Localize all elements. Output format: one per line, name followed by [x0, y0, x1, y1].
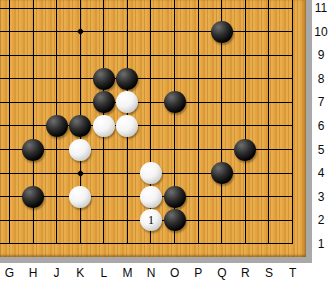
- intersection-Q11[interactable]: [210, 0, 234, 20]
- intersection-J8[interactable]: [45, 67, 69, 91]
- row-label-1: 1: [311, 236, 331, 252]
- intersection-M8[interactable]: [116, 67, 140, 91]
- intersection-O8[interactable]: [163, 67, 187, 91]
- intersection-M10[interactable]: [116, 20, 140, 44]
- col-label-K: K: [71, 266, 89, 280]
- intersection-Q5[interactable]: [210, 138, 234, 162]
- intersection-N1[interactable]: [139, 232, 163, 256]
- black-stone: [22, 186, 44, 208]
- white-stone: [116, 115, 138, 137]
- intersection-M9[interactable]: [116, 43, 140, 67]
- intersection-G9[interactable]: [0, 43, 21, 67]
- intersection-H10[interactable]: [21, 20, 45, 44]
- intersection-P5[interactable]: [186, 138, 210, 162]
- intersection-J11[interactable]: [45, 0, 69, 20]
- intersection-L2[interactable]: [92, 209, 116, 233]
- intersection-Q3[interactable]: [210, 185, 234, 209]
- intersection-S11[interactable]: [257, 0, 281, 20]
- intersection-S8[interactable]: [257, 67, 281, 91]
- intersection-G1[interactable]: [0, 232, 21, 256]
- intersection-Q7[interactable]: [210, 91, 234, 115]
- intersection-T3[interactable]: [281, 185, 305, 209]
- col-label-T: T: [284, 266, 302, 280]
- intersection-J10[interactable]: [45, 20, 69, 44]
- intersection-Q4[interactable]: [210, 161, 234, 185]
- col-label-P: P: [189, 266, 207, 280]
- intersection-P7[interactable]: [186, 91, 210, 115]
- intersection-T10[interactable]: [281, 20, 305, 44]
- intersection-R11[interactable]: [234, 0, 258, 20]
- intersection-R6[interactable]: [234, 114, 258, 138]
- intersection-O5[interactable]: [163, 138, 187, 162]
- intersection-M6[interactable]: [116, 114, 140, 138]
- intersection-L5[interactable]: [92, 138, 116, 162]
- intersection-R8[interactable]: [234, 67, 258, 91]
- intersection-K11[interactable]: [68, 0, 92, 20]
- col-label-G: G: [0, 266, 18, 280]
- intersection-Q10[interactable]: [210, 20, 234, 44]
- intersection-N8[interactable]: [139, 67, 163, 91]
- go-board-viewer: 1 1110987654321 GHJKLMNOPQRST: [0, 0, 332, 284]
- intersection-S1[interactable]: [257, 232, 281, 256]
- intersection-J7[interactable]: [45, 91, 69, 115]
- intersection-O11[interactable]: [163, 0, 187, 20]
- white-stone: [69, 139, 91, 161]
- intersection-H9[interactable]: [21, 43, 45, 67]
- intersection-P11[interactable]: [186, 0, 210, 20]
- black-stone: [234, 139, 256, 161]
- intersection-G2[interactable]: [0, 209, 21, 233]
- goban: 1: [0, 0, 306, 257]
- intersection-L9[interactable]: [92, 43, 116, 67]
- col-label-L: L: [95, 266, 113, 280]
- intersection-T4[interactable]: [281, 161, 305, 185]
- white-stone: [116, 91, 138, 113]
- col-label-J: J: [48, 266, 66, 280]
- row-label-11: 11: [311, 0, 331, 16]
- intersection-R2[interactable]: [234, 209, 258, 233]
- star-point: [77, 170, 84, 177]
- intersection-Q9[interactable]: [210, 43, 234, 67]
- intersection-R1[interactable]: [234, 232, 258, 256]
- intersection-N5[interactable]: [139, 138, 163, 162]
- intersection-T9[interactable]: [281, 43, 305, 67]
- intersection-O3[interactable]: [163, 185, 187, 209]
- intersection-N10[interactable]: [139, 20, 163, 44]
- intersection-S2[interactable]: [257, 209, 281, 233]
- intersection-O4[interactable]: [163, 161, 187, 185]
- intersection-H8[interactable]: [21, 67, 45, 91]
- intersection-O7[interactable]: [163, 91, 187, 115]
- row-label-3: 3: [311, 189, 331, 205]
- col-label-O: O: [166, 266, 184, 280]
- col-label-H: H: [24, 266, 42, 280]
- col-label-Q: Q: [213, 266, 231, 280]
- intersection-J1[interactable]: [45, 232, 69, 256]
- intersection-P8[interactable]: [186, 67, 210, 91]
- intersection-H4[interactable]: [21, 161, 45, 185]
- intersection-M3[interactable]: [116, 185, 140, 209]
- intersection-T5[interactable]: [281, 138, 305, 162]
- row-label-6: 6: [311, 118, 331, 134]
- intersection-G5[interactable]: [0, 138, 21, 162]
- black-stone: [69, 115, 91, 137]
- intersection-L1[interactable]: [92, 232, 116, 256]
- black-stone: [164, 209, 186, 231]
- intersection-J6[interactable]: [45, 114, 69, 138]
- white-stone: 1: [140, 209, 162, 231]
- intersection-P3[interactable]: [186, 185, 210, 209]
- intersection-L4[interactable]: [92, 161, 116, 185]
- intersection-J5[interactable]: [45, 138, 69, 162]
- intersection-T8[interactable]: [281, 67, 305, 91]
- intersection-R10[interactable]: [234, 20, 258, 44]
- row-label-5: 5: [311, 142, 331, 158]
- intersection-G11[interactable]: [0, 0, 21, 20]
- intersection-T1[interactable]: [281, 232, 305, 256]
- intersection-K1[interactable]: [68, 232, 92, 256]
- intersection-H7[interactable]: [21, 91, 45, 115]
- intersection-O6[interactable]: [163, 114, 187, 138]
- white-stone: [140, 162, 162, 184]
- intersection-N7[interactable]: [139, 91, 163, 115]
- intersection-P9[interactable]: [186, 43, 210, 67]
- intersection-R5[interactable]: [234, 138, 258, 162]
- col-label-R: R: [236, 266, 254, 280]
- col-label-N: N: [142, 266, 160, 280]
- intersection-G4[interactable]: [0, 161, 21, 185]
- intersection-K10[interactable]: [68, 20, 92, 44]
- intersection-G7[interactable]: [0, 91, 21, 115]
- intersection-S7[interactable]: [257, 91, 281, 115]
- row-label-10: 10: [311, 24, 331, 40]
- col-label-S: S: [260, 266, 278, 280]
- intersection-H1[interactable]: [21, 232, 45, 256]
- white-stone: [69, 186, 91, 208]
- intersection-N3[interactable]: [139, 185, 163, 209]
- intersection-T2[interactable]: [281, 209, 305, 233]
- intersection-N6[interactable]: [139, 114, 163, 138]
- intersection-G8[interactable]: [0, 67, 21, 91]
- intersection-M2[interactable]: [116, 209, 140, 233]
- intersection-T11[interactable]: [281, 0, 305, 20]
- intersection-Q6[interactable]: [210, 114, 234, 138]
- intersection-O2[interactable]: [163, 209, 187, 233]
- row-label-2: 2: [311, 212, 331, 228]
- intersection-H5[interactable]: [21, 138, 45, 162]
- intersection-K3[interactable]: [68, 185, 92, 209]
- move-number-label: 1: [148, 214, 154, 226]
- intersection-M1[interactable]: [116, 232, 140, 256]
- board-grid: 1: [0, 0, 304, 256]
- row-label-7: 7: [311, 94, 331, 110]
- col-label-M: M: [118, 266, 136, 280]
- intersection-O10[interactable]: [163, 20, 187, 44]
- intersection-J4[interactable]: [45, 161, 69, 185]
- intersection-R4[interactable]: [234, 161, 258, 185]
- intersection-M5[interactable]: [116, 138, 140, 162]
- black-stone: [211, 162, 233, 184]
- intersection-M7[interactable]: [116, 91, 140, 115]
- intersection-J9[interactable]: [45, 43, 69, 67]
- intersection-J3[interactable]: [45, 185, 69, 209]
- black-stone: [116, 68, 138, 90]
- intersection-H6[interactable]: [21, 114, 45, 138]
- intersection-J2[interactable]: [45, 209, 69, 233]
- intersection-N11[interactable]: [139, 0, 163, 20]
- board-shadow-bottom: [0, 257, 312, 263]
- intersection-S4[interactable]: [257, 161, 281, 185]
- black-stone: [22, 139, 44, 161]
- intersection-P1[interactable]: [186, 232, 210, 256]
- star-point: [77, 28, 84, 35]
- row-label-4: 4: [311, 165, 331, 181]
- intersection-P4[interactable]: [186, 161, 210, 185]
- intersection-S6[interactable]: [257, 114, 281, 138]
- intersection-P10[interactable]: [186, 20, 210, 44]
- black-stone: [46, 115, 68, 137]
- intersection-M11[interactable]: [116, 0, 140, 20]
- intersection-K6[interactable]: [68, 114, 92, 138]
- intersection-L6[interactable]: [92, 114, 116, 138]
- intersection-L7[interactable]: [92, 91, 116, 115]
- intersection-P2[interactable]: [186, 209, 210, 233]
- black-stone: [93, 68, 115, 90]
- intersection-R9[interactable]: [234, 43, 258, 67]
- intersection-G6[interactable]: [0, 114, 21, 138]
- intersection-O9[interactable]: [163, 43, 187, 67]
- intersection-N2[interactable]: 1: [139, 209, 163, 233]
- intersection-H2[interactable]: [21, 209, 45, 233]
- intersection-G3[interactable]: [0, 185, 21, 209]
- intersection-R7[interactable]: [234, 91, 258, 115]
- intersection-K9[interactable]: [68, 43, 92, 67]
- intersection-L8[interactable]: [92, 67, 116, 91]
- intersection-O1[interactable]: [163, 232, 187, 256]
- intersection-K2[interactable]: [68, 209, 92, 233]
- row-label-9: 9: [311, 47, 331, 63]
- intersection-G10[interactable]: [0, 20, 21, 44]
- row-label-8: 8: [311, 71, 331, 87]
- intersection-P6[interactable]: [186, 114, 210, 138]
- intersection-L10[interactable]: [92, 20, 116, 44]
- intersection-R3[interactable]: [234, 185, 258, 209]
- black-stone: [93, 91, 115, 113]
- intersection-H3[interactable]: [21, 185, 45, 209]
- intersection-K5[interactable]: [68, 138, 92, 162]
- intersection-Q2[interactable]: [210, 209, 234, 233]
- black-stone: [211, 21, 233, 43]
- intersection-T6[interactable]: [281, 114, 305, 138]
- intersection-S9[interactable]: [257, 43, 281, 67]
- intersection-Q8[interactable]: [210, 67, 234, 91]
- intersection-Q1[interactable]: [210, 232, 234, 256]
- intersection-T7[interactable]: [281, 91, 305, 115]
- black-stone: [164, 186, 186, 208]
- intersection-K8[interactable]: [68, 67, 92, 91]
- intersection-N9[interactable]: [139, 43, 163, 67]
- intersection-S3[interactable]: [257, 185, 281, 209]
- black-stone: [164, 91, 186, 113]
- intersection-H11[interactable]: [21, 0, 45, 20]
- intersection-S5[interactable]: [257, 138, 281, 162]
- intersection-L11[interactable]: [92, 0, 116, 20]
- intersection-N4[interactable]: [139, 161, 163, 185]
- intersection-K4[interactable]: [68, 161, 92, 185]
- intersection-L3[interactable]: [92, 185, 116, 209]
- white-stone: [93, 115, 115, 137]
- intersection-M4[interactable]: [116, 161, 140, 185]
- intersection-K7[interactable]: [68, 91, 92, 115]
- intersection-S10[interactable]: [257, 20, 281, 44]
- white-stone: [140, 186, 162, 208]
